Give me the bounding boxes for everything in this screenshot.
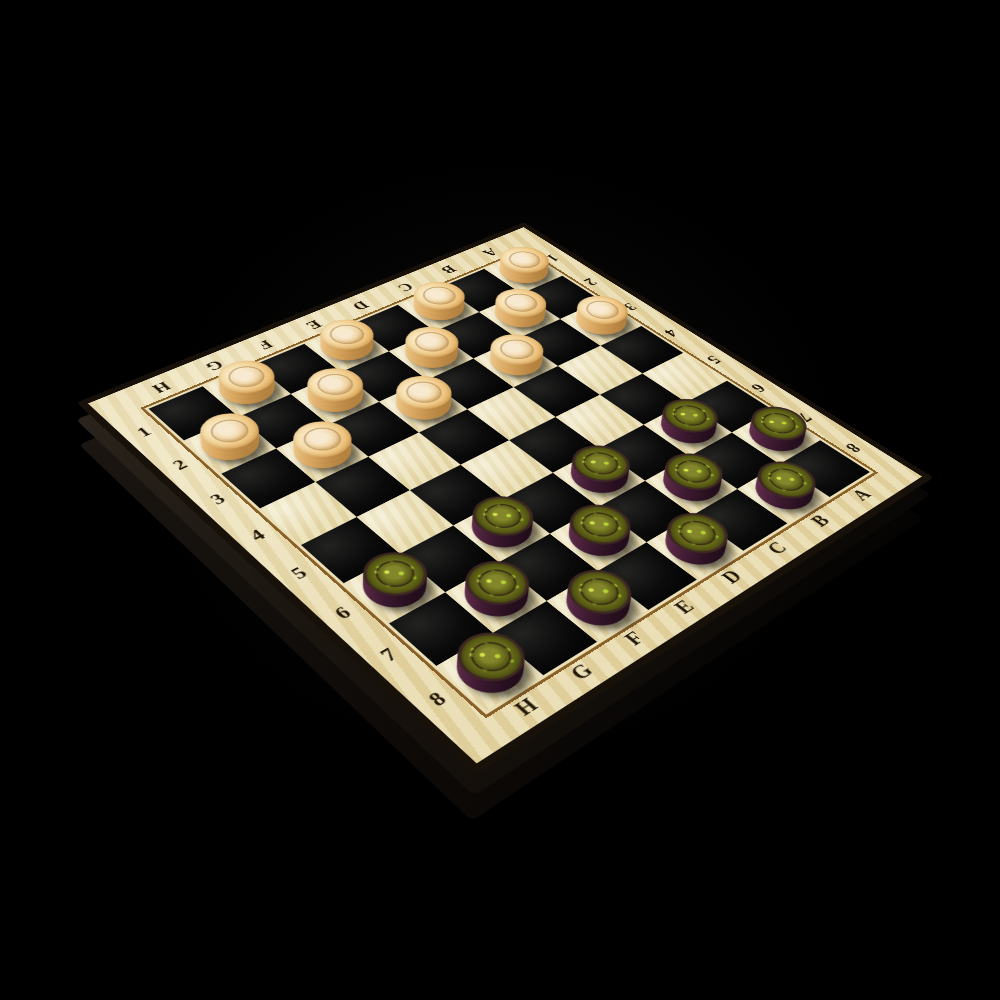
piece-crater bbox=[371, 557, 419, 590]
piece-crater bbox=[401, 379, 446, 406]
piece-crater bbox=[675, 518, 721, 548]
piece-crater bbox=[473, 566, 521, 599]
piece-crater bbox=[495, 337, 538, 362]
piece-crater bbox=[577, 509, 623, 539]
piece-crater bbox=[575, 575, 623, 608]
piece-crater bbox=[206, 417, 253, 446]
piece-crater bbox=[480, 501, 526, 531]
piece-crater bbox=[579, 450, 623, 478]
photo-background: HGFEDCBA HGFEDCBA 12345678 12345678 bbox=[0, 0, 1000, 1000]
checkers-board: HGFEDCBA HGFEDCBA 12345678 12345678 bbox=[77, 222, 934, 774]
piece-crater bbox=[410, 330, 453, 354]
piece-crater bbox=[765, 466, 809, 494]
piece-crater bbox=[313, 371, 358, 398]
playing-field bbox=[144, 250, 874, 715]
piece-crater bbox=[466, 638, 517, 675]
piece-crater bbox=[672, 458, 716, 486]
piece-crater bbox=[500, 291, 541, 314]
piece-crater bbox=[669, 403, 711, 428]
board-face: HGFEDCBA HGFEDCBA 12345678 12345678 bbox=[77, 222, 934, 774]
piece-crater bbox=[299, 425, 346, 454]
